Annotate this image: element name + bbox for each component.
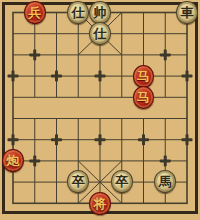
pieces-layer: 兵仕帅車仕马马炮卒卒馬将 — [2, 2, 198, 214]
board-cell: 炮 — [2, 150, 24, 171]
board-cell: 兵 — [24, 2, 46, 23]
piece-olive-advisor[interactable]: 仕 — [67, 1, 89, 24]
piece-red-soldier[interactable]: 兵 — [24, 1, 46, 24]
board-cell: 将 — [89, 193, 111, 214]
piece-olive-horse[interactable]: 馬 — [154, 170, 176, 193]
piece-red-horse[interactable]: 马 — [133, 86, 155, 109]
piece-red-horse[interactable]: 马 — [133, 65, 155, 88]
piece-red-general[interactable]: 将 — [89, 192, 111, 215]
board-cell: 马 — [133, 65, 155, 86]
piece-olive-chariot[interactable]: 車 — [176, 1, 198, 24]
board-cell: 仕 — [67, 2, 89, 23]
piece-red-cannon[interactable]: 炮 — [2, 149, 24, 172]
board-cell: 馬 — [154, 171, 176, 192]
board-cell: 仕 — [89, 23, 111, 44]
board-cell: 卒 — [67, 171, 89, 192]
piece-olive-general[interactable]: 帅 — [89, 1, 111, 24]
board-cell: 马 — [133, 87, 155, 108]
board-cell: 車 — [176, 2, 198, 23]
xiangqi-board[interactable]: 兵仕帅車仕马马炮卒卒馬将 — [0, 0, 200, 220]
piece-olive-advisor[interactable]: 仕 — [89, 22, 111, 45]
piece-olive-soldier[interactable]: 卒 — [67, 170, 89, 193]
board-cell: 卒 — [111, 171, 133, 192]
piece-olive-soldier[interactable]: 卒 — [111, 170, 133, 193]
board-cell: 帅 — [89, 2, 111, 23]
